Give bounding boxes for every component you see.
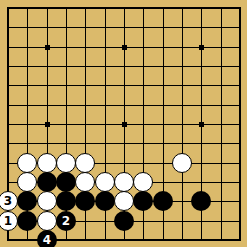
stone-white[interactable] <box>172 153 192 173</box>
stone-white[interactable] <box>133 172 153 192</box>
move-number-label: 2 <box>62 215 70 227</box>
grid-line-vertical <box>182 8 183 241</box>
move-number-label: 4 <box>43 234 51 246</box>
stone-black[interactable] <box>56 172 76 192</box>
stone-white[interactable] <box>17 172 37 192</box>
stone-white[interactable] <box>37 191 57 211</box>
stone-white[interactable] <box>114 172 134 192</box>
grid-line-vertical <box>221 8 222 241</box>
stone-white[interactable] <box>95 172 115 192</box>
stone-white[interactable] <box>37 211 57 231</box>
stone-black[interactable] <box>56 191 76 211</box>
hoshi-point <box>45 45 50 50</box>
go-diagram: 3124 <box>0 0 247 247</box>
grid-line-horizontal <box>8 143 241 144</box>
stone-white[interactable] <box>75 172 95 192</box>
move-number-label: 3 <box>4 195 12 207</box>
stone-black[interactable]: 4 <box>37 230 57 247</box>
stone-black[interactable] <box>95 191 115 211</box>
stone-white[interactable] <box>75 153 95 173</box>
stone-black[interactable] <box>17 211 37 231</box>
stone-black[interactable] <box>191 191 211 211</box>
hoshi-point <box>45 122 50 127</box>
hoshi-point <box>122 45 127 50</box>
stone-white[interactable] <box>114 191 134 211</box>
stone-black[interactable] <box>114 211 134 231</box>
stone-black[interactable] <box>17 191 37 211</box>
go-board[interactable]: 3124 <box>0 0 247 247</box>
stone-white[interactable] <box>37 153 57 173</box>
stone-white[interactable] <box>17 153 37 173</box>
stone-black[interactable]: 2 <box>56 211 76 231</box>
hoshi-point <box>199 122 204 127</box>
hoshi-point <box>199 45 204 50</box>
hoshi-point <box>122 122 127 127</box>
move-number-label: 1 <box>4 215 12 227</box>
stone-black[interactable] <box>153 191 173 211</box>
stone-black[interactable] <box>75 191 95 211</box>
stone-black[interactable] <box>133 191 153 211</box>
stone-white[interactable] <box>56 153 76 173</box>
stone-black[interactable] <box>37 172 57 192</box>
